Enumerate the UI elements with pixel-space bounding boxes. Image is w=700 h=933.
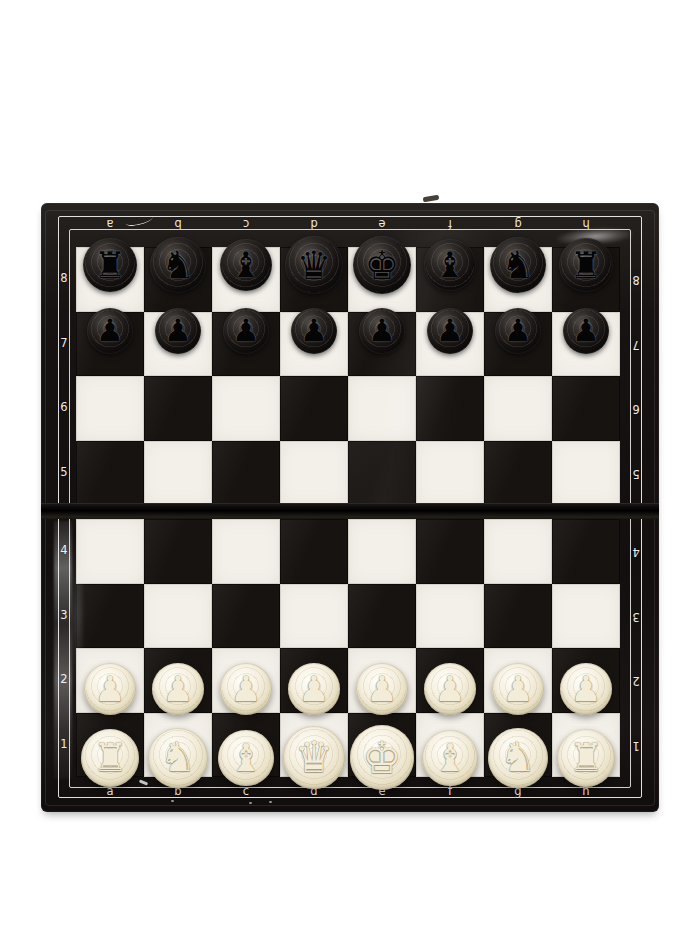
square-c4[interactable] xyxy=(212,519,280,584)
pawn-glyph: ♟ xyxy=(436,315,464,346)
coord-bottom-file-g: g xyxy=(514,786,521,798)
coord-top-file-a: a xyxy=(106,217,113,229)
square-b4[interactable] xyxy=(144,519,212,584)
frame-edge-speck xyxy=(423,195,440,203)
black-pawn-b7[interactable]: ♟ xyxy=(155,308,201,354)
coord-left-rank-7: 7 xyxy=(60,338,67,350)
black-knight-b8[interactable]: ♞ xyxy=(150,237,206,293)
coord-right-rank-4: 4 xyxy=(632,546,639,558)
white-queen-d1[interactable]: ♛ xyxy=(283,726,346,789)
dust-speck xyxy=(249,802,252,804)
pawn-glyph: ♟ xyxy=(300,315,328,346)
pawn-glyph: ♟ xyxy=(434,672,465,707)
coord-right-rank-1: 1 xyxy=(632,739,639,751)
white-knight-b1[interactable]: ♞ xyxy=(148,728,208,788)
square-h5[interactable] xyxy=(552,441,620,506)
square-d5[interactable] xyxy=(280,441,348,506)
knight-glyph: ♞ xyxy=(500,737,537,778)
black-bishop-c8[interactable]: ♝ xyxy=(220,239,272,291)
pawn-glyph: ♟ xyxy=(366,672,397,707)
square-a3[interactable] xyxy=(76,584,144,649)
king-glyph: ♚ xyxy=(362,736,401,780)
coord-left-rank-3: 3 xyxy=(60,610,67,622)
square-c6[interactable] xyxy=(212,376,280,441)
coord-right-rank-2: 2 xyxy=(632,675,639,687)
square-e6[interactable] xyxy=(348,376,416,441)
queen-glyph: ♛ xyxy=(297,246,332,285)
square-f4[interactable] xyxy=(416,519,484,584)
square-a6[interactable] xyxy=(76,376,144,441)
white-pawn-e2[interactable]: ♟ xyxy=(356,663,408,715)
coord-top-file-b: b xyxy=(174,217,181,229)
coord-right-rank-5: 5 xyxy=(632,467,639,479)
pawn-glyph: ♟ xyxy=(502,672,533,707)
square-c5[interactable] xyxy=(212,441,280,506)
square-g5[interactable] xyxy=(484,441,552,506)
coord-left-rank-1: 1 xyxy=(60,739,67,751)
coord-bottom-file-a: a xyxy=(106,786,113,798)
black-pawn-h7[interactable]: ♟ xyxy=(563,308,609,354)
white-knight-g1[interactable]: ♞ xyxy=(488,728,548,788)
coord-bottom-file-b: b xyxy=(174,786,181,798)
knight-glyph: ♞ xyxy=(160,737,197,778)
pawn-glyph: ♟ xyxy=(572,315,600,346)
pawn-glyph: ♟ xyxy=(94,672,125,707)
black-pawn-d7[interactable]: ♟ xyxy=(291,308,337,354)
square-b5[interactable] xyxy=(144,441,212,506)
white-pawn-c2[interactable]: ♟ xyxy=(220,663,272,715)
square-b3[interactable] xyxy=(144,584,212,649)
coord-top-file-f: f xyxy=(448,217,452,229)
square-f3[interactable] xyxy=(416,584,484,649)
photo-background: aabbccddeeffgghh8877665544332211 ♜♞♝♛♚♝♞… xyxy=(0,0,700,933)
pawn-glyph: ♟ xyxy=(368,315,396,346)
glare-left-border xyxy=(54,521,72,779)
coord-bottom-file-f: f xyxy=(448,786,452,798)
scratch-mark-bottom xyxy=(139,779,148,785)
square-d3[interactable] xyxy=(280,584,348,649)
coord-bottom-file-c: c xyxy=(243,786,249,798)
black-king-e8[interactable]: ♚ xyxy=(353,236,411,294)
black-queen-d8[interactable]: ♛ xyxy=(285,236,343,294)
coord-right-rank-8: 8 xyxy=(632,274,639,286)
bishop-glyph: ♝ xyxy=(229,739,263,777)
coord-left-rank-6: 6 xyxy=(60,403,67,415)
white-bishop-f1[interactable]: ♝ xyxy=(422,730,478,786)
square-g3[interactable] xyxy=(484,584,552,649)
knight-glyph: ♞ xyxy=(161,246,195,284)
white-pawn-a2[interactable]: ♟ xyxy=(84,663,136,715)
square-d6[interactable] xyxy=(280,376,348,441)
rook-glyph: ♜ xyxy=(569,738,604,777)
square-f6[interactable] xyxy=(416,376,484,441)
dust-speck xyxy=(171,800,174,802)
black-bishop-f8[interactable]: ♝ xyxy=(424,239,476,291)
white-king-e1[interactable]: ♚ xyxy=(350,725,415,790)
white-pawn-f2[interactable]: ♟ xyxy=(424,663,476,715)
coord-top-file-e: e xyxy=(378,217,385,229)
square-d4[interactable] xyxy=(280,519,348,584)
black-pawn-a7[interactable]: ♟ xyxy=(87,308,133,354)
pawn-glyph: ♟ xyxy=(232,315,260,346)
bishop-glyph: ♝ xyxy=(433,739,467,777)
square-e4[interactable] xyxy=(348,519,416,584)
coord-right-rank-7: 7 xyxy=(632,338,639,350)
square-g4[interactable] xyxy=(484,519,552,584)
white-rook-a1[interactable]: ♜ xyxy=(81,729,139,787)
square-e5[interactable] xyxy=(348,441,416,506)
coord-right-rank-3: 3 xyxy=(632,610,639,622)
white-rook-h1[interactable]: ♜ xyxy=(557,729,615,787)
white-pawn-g2[interactable]: ♟ xyxy=(492,663,544,715)
pawn-glyph: ♟ xyxy=(298,672,329,707)
coord-left-rank-5: 5 xyxy=(60,467,67,479)
queen-glyph: ♛ xyxy=(295,736,334,779)
pawn-glyph: ♟ xyxy=(164,315,192,346)
black-pawn-g7[interactable]: ♟ xyxy=(495,308,541,354)
rook-glyph: ♜ xyxy=(569,247,602,284)
coord-top-file-d: d xyxy=(310,217,317,229)
square-a5[interactable] xyxy=(76,441,144,506)
white-pawn-b2[interactable]: ♟ xyxy=(152,663,204,715)
black-pawn-f7[interactable]: ♟ xyxy=(427,308,473,354)
coord-left-rank-2: 2 xyxy=(60,675,67,687)
square-e3[interactable] xyxy=(348,584,416,649)
coord-top-file-c: c xyxy=(243,217,249,229)
white-pawn-h2[interactable]: ♟ xyxy=(560,663,612,715)
dust-speck xyxy=(269,801,272,803)
square-a4[interactable] xyxy=(76,519,144,584)
pawn-glyph: ♟ xyxy=(230,672,261,707)
square-c3[interactable] xyxy=(212,584,280,649)
chess-board: aabbccddeeffgghh8877665544332211 ♜♞♝♛♚♝♞… xyxy=(41,203,659,812)
black-pawn-c7[interactable]: ♟ xyxy=(223,308,269,354)
pawn-glyph: ♟ xyxy=(570,672,601,707)
bishop-glyph: ♝ xyxy=(434,248,465,283)
black-knight-g8[interactable]: ♞ xyxy=(490,237,546,293)
black-rook-a8[interactable]: ♜ xyxy=(83,238,137,292)
scratch-mark-top xyxy=(124,213,153,228)
coord-right-rank-6: 6 xyxy=(632,403,639,415)
pawn-glyph: ♟ xyxy=(96,315,124,346)
square-f5[interactable] xyxy=(416,441,484,506)
square-g6[interactable] xyxy=(484,376,552,441)
fold-seam-hinge xyxy=(41,503,659,519)
square-h4[interactable] xyxy=(552,519,620,584)
king-glyph: ♚ xyxy=(365,246,400,285)
black-pawn-e7[interactable]: ♟ xyxy=(359,308,405,354)
white-bishop-c1[interactable]: ♝ xyxy=(218,730,274,786)
black-rook-h8[interactable]: ♜ xyxy=(559,238,613,292)
bishop-glyph: ♝ xyxy=(230,248,261,283)
white-pawn-d2[interactable]: ♟ xyxy=(288,663,340,715)
coord-left-rank-8: 8 xyxy=(60,274,67,286)
knight-glyph: ♞ xyxy=(501,246,535,284)
square-h6[interactable] xyxy=(552,376,620,441)
square-h3[interactable] xyxy=(552,584,620,649)
square-b6[interactable] xyxy=(144,376,212,441)
rook-glyph: ♜ xyxy=(93,247,126,284)
pawn-glyph: ♟ xyxy=(162,672,193,707)
pawn-glyph: ♟ xyxy=(504,315,532,346)
coord-top-file-h: h xyxy=(582,217,589,229)
coord-left-rank-4: 4 xyxy=(60,546,67,558)
coord-top-file-g: g xyxy=(514,217,521,229)
rook-glyph: ♜ xyxy=(93,738,128,777)
coord-bottom-file-h: h xyxy=(582,786,589,798)
